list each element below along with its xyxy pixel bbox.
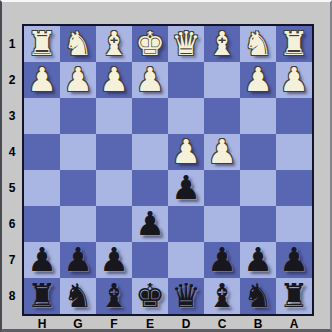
square-h6[interactable] [24,206,60,242]
square-b7[interactable]: ♟ [240,242,276,278]
square-g6[interactable] [60,206,96,242]
square-a4[interactable] [276,134,312,170]
square-c7[interactable]: ♟ [204,242,240,278]
white-pawn[interactable]: ♟ [207,134,237,170]
square-c5[interactable] [204,170,240,206]
file-label-a: A [276,316,312,331]
square-d1[interactable]: ♛ [168,26,204,62]
black-pawn[interactable]: ♟ [171,170,201,206]
square-g4[interactable] [60,134,96,170]
white-bishop[interactable]: ♝ [207,26,237,62]
file-label-d: D [168,316,204,331]
rank-label-5: 5 [2,170,22,206]
white-pawn[interactable]: ♟ [99,62,129,98]
square-a3[interactable] [276,98,312,134]
square-g1[interactable]: ♞ [60,26,96,62]
rank-labels: 12345678 [2,26,22,314]
square-c6[interactable] [204,206,240,242]
square-d2[interactable] [168,62,204,98]
square-d5[interactable]: ♟ [168,170,204,206]
square-a8[interactable]: ♜ [276,278,312,314]
black-pawn[interactable]: ♟ [207,242,237,278]
black-rook[interactable]: ♜ [279,278,309,314]
square-b3[interactable] [240,98,276,134]
black-bishop[interactable]: ♝ [207,278,237,314]
square-h7[interactable]: ♟ [24,242,60,278]
rank-label-2: 2 [2,62,22,98]
square-d6[interactable] [168,206,204,242]
black-knight[interactable]: ♞ [63,278,93,314]
square-e8[interactable]: ♚ [132,278,168,314]
file-label-h: H [24,316,60,331]
square-h1[interactable]: ♜ [24,26,60,62]
square-f8[interactable]: ♝ [96,278,132,314]
white-knight[interactable]: ♞ [63,26,93,62]
square-b4[interactable] [240,134,276,170]
black-knight[interactable]: ♞ [243,278,273,314]
rank-label-7: 7 [2,242,22,278]
rank-label-8: 8 [2,278,22,314]
black-rook[interactable]: ♜ [27,278,57,314]
square-d3[interactable] [168,98,204,134]
file-label-c: C [204,316,240,331]
square-c1[interactable]: ♝ [204,26,240,62]
black-pawn[interactable]: ♟ [63,242,93,278]
square-c4[interactable]: ♟ [204,134,240,170]
square-f7[interactable]: ♟ [96,242,132,278]
square-b1[interactable]: ♞ [240,26,276,62]
black-pawn[interactable]: ♟ [27,242,57,278]
square-g7[interactable]: ♟ [60,242,96,278]
white-bishop[interactable]: ♝ [99,26,129,62]
square-d7[interactable] [168,242,204,278]
square-b2[interactable]: ♟ [240,62,276,98]
black-pawn[interactable]: ♟ [135,206,165,242]
black-pawn[interactable]: ♟ [99,242,129,278]
square-g2[interactable]: ♟ [60,62,96,98]
square-a6[interactable] [276,206,312,242]
file-label-b: B [240,316,276,331]
white-pawn[interactable]: ♟ [279,62,309,98]
white-king[interactable]: ♚ [135,26,165,62]
square-e5[interactable] [132,170,168,206]
square-f3[interactable] [96,98,132,134]
square-h8[interactable]: ♜ [24,278,60,314]
black-king[interactable]: ♚ [135,278,165,314]
square-h5[interactable] [24,170,60,206]
square-f5[interactable] [96,170,132,206]
square-e7[interactable] [132,242,168,278]
square-a7[interactable]: ♟ [276,242,312,278]
rank-label-6: 6 [2,206,22,242]
square-g3[interactable] [60,98,96,134]
file-label-f: F [96,316,132,331]
square-c3[interactable] [204,98,240,134]
file-labels: HGFEDCBA [24,316,312,331]
square-e1[interactable]: ♚ [132,26,168,62]
white-knight[interactable]: ♞ [243,26,273,62]
black-pawn[interactable]: ♟ [279,242,309,278]
square-e4[interactable] [132,134,168,170]
white-pawn[interactable]: ♟ [27,62,57,98]
square-g5[interactable] [60,170,96,206]
rank-label-1: 1 [2,26,22,62]
square-e6[interactable]: ♟ [132,206,168,242]
rank-label-4: 4 [2,134,22,170]
square-h2[interactable]: ♟ [24,62,60,98]
square-b5[interactable] [240,170,276,206]
white-rook[interactable]: ♜ [279,26,309,62]
white-pawn[interactable]: ♟ [135,62,165,98]
white-pawn[interactable]: ♟ [243,62,273,98]
square-g8[interactable]: ♞ [60,278,96,314]
square-d4[interactable]: ♟ [168,134,204,170]
square-h3[interactable] [24,98,60,134]
square-f6[interactable] [96,206,132,242]
square-e2[interactable]: ♟ [132,62,168,98]
square-c8[interactable]: ♝ [204,278,240,314]
black-bishop[interactable]: ♝ [99,278,129,314]
square-a5[interactable] [276,170,312,206]
square-b8[interactable]: ♞ [240,278,276,314]
rank-label-3: 3 [2,98,22,134]
white-pawn[interactable]: ♟ [171,134,201,170]
white-queen[interactable]: ♛ [171,26,201,62]
black-pawn[interactable]: ♟ [243,242,273,278]
square-f2[interactable]: ♟ [96,62,132,98]
square-a2[interactable]: ♟ [276,62,312,98]
square-c2[interactable] [204,62,240,98]
file-label-g: G [60,316,96,331]
file-label-e: E [132,316,168,331]
chess-board[interactable]: ♜♞♝♚♛♝♞♜♟♟♟♟♟♟♟♟♟♟♟♟♟♟♟♟♜♞♝♚♛♝♞♜ [22,24,314,316]
square-f1[interactable]: ♝ [96,26,132,62]
square-a1[interactable]: ♜ [276,26,312,62]
square-d8[interactable]: ♛ [168,278,204,314]
square-h4[interactable] [24,134,60,170]
black-queen[interactable]: ♛ [171,278,201,314]
white-pawn[interactable]: ♟ [63,62,93,98]
chess-board-panel: 12345678 ♜♞♝♚♛♝♞♜♟♟♟♟♟♟♟♟♟♟♟♟♟♟♟♟♜♞♝♚♛♝♞… [0,0,332,332]
square-e3[interactable] [132,98,168,134]
square-b6[interactable] [240,206,276,242]
white-rook[interactable]: ♜ [27,26,57,62]
square-f4[interactable] [96,134,132,170]
